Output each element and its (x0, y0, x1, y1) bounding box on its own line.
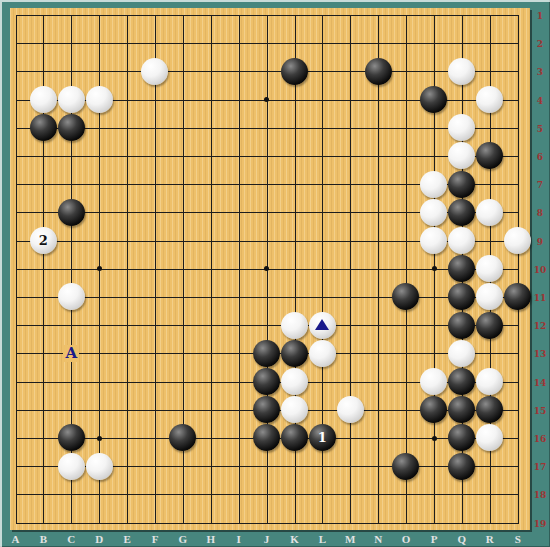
row-label-15: 15 (531, 406, 549, 416)
column-label-C: C (62, 533, 80, 545)
black-stone-Q16 (448, 424, 475, 451)
row-label-4: 4 (531, 96, 549, 106)
column-label-B: B (34, 533, 52, 545)
black-stone-P4 (420, 86, 447, 113)
point-C5 (57, 114, 85, 142)
white-stone-D17 (86, 453, 113, 480)
column-label-O: O (397, 533, 415, 545)
point-K14 (280, 367, 308, 395)
point-P14 (420, 367, 448, 395)
point-Q11 (448, 283, 476, 311)
row-label-1: 1 (531, 11, 549, 21)
black-stone-Q10 (448, 255, 475, 282)
white-stone-R14 (476, 368, 503, 395)
column-label-F: F (146, 533, 164, 545)
black-stone-J14 (253, 368, 280, 395)
column-label-D: D (90, 533, 108, 545)
black-stone-Q17 (448, 453, 475, 480)
point-R12 (476, 311, 504, 339)
row-label-12: 12 (531, 321, 549, 331)
point-Q17 (448, 452, 476, 480)
black-stone-R6 (476, 142, 503, 169)
black-stone-Q11 (448, 283, 475, 310)
move-number-label: 2 (39, 234, 48, 247)
point-J15 (253, 396, 281, 424)
point-G16 (169, 424, 197, 452)
row-label-5: 5 (531, 124, 549, 134)
point-R6 (476, 142, 504, 170)
black-stone-J13 (253, 340, 280, 367)
point-C17 (57, 452, 85, 480)
row-label-8: 8 (531, 208, 549, 218)
black-stone-R15 (476, 396, 503, 423)
point-P8 (420, 198, 448, 226)
point-P15 (420, 396, 448, 424)
point-R4 (476, 85, 504, 113)
black-stone-C5 (58, 114, 85, 141)
row-label-3: 3 (531, 67, 549, 77)
white-stone-Q3 (448, 58, 475, 85)
white-stone-R8 (476, 199, 503, 226)
column-label-I: I (230, 533, 248, 545)
row-label-14: 14 (531, 378, 549, 388)
black-stone-Q8 (448, 199, 475, 226)
point-D17 (85, 452, 113, 480)
white-stone-Q5 (448, 114, 475, 141)
white-stone-K12 (281, 312, 308, 339)
white-stone-Q9 (448, 227, 475, 254)
point-letter-label: A (63, 345, 79, 362)
point-Q3 (448, 57, 476, 85)
point-J16 (253, 424, 281, 452)
stones-layer: 2A1 (2, 1, 532, 537)
white-stone-R16 (476, 424, 503, 451)
white-stone-S9 (504, 227, 531, 254)
column-label-S: S (509, 533, 527, 545)
point-K15 (280, 396, 308, 424)
black-stone-P15 (420, 396, 447, 423)
point-S11 (504, 283, 532, 311)
column-label-N: N (369, 533, 387, 545)
black-stone-C8 (58, 199, 85, 226)
white-stone-L13 (309, 340, 336, 367)
point-B5 (29, 114, 57, 142)
white-stone-R11 (476, 283, 503, 310)
point-Q12 (448, 311, 476, 339)
point-C16 (57, 424, 85, 452)
white-stone-B9: 2 (30, 227, 57, 254)
column-label-J: J (258, 533, 276, 545)
white-stone-R4 (476, 86, 503, 113)
black-stone-B5 (30, 114, 57, 141)
point-R8 (476, 198, 504, 226)
row-label-11: 11 (531, 293, 549, 303)
column-label-E: E (118, 533, 136, 545)
row-label-13: 13 (531, 349, 549, 359)
black-stone-Q7 (448, 171, 475, 198)
black-stone-R12 (476, 312, 503, 339)
black-stone-J16 (253, 424, 280, 451)
point-P9 (420, 226, 448, 254)
white-stone-K15 (281, 396, 308, 423)
point-C8 (57, 198, 85, 226)
point-C4 (57, 85, 85, 113)
point-B9: 2 (29, 226, 57, 254)
point-P4 (420, 85, 448, 113)
black-stone-K13 (281, 340, 308, 367)
point-Q7 (448, 170, 476, 198)
point-Q6 (448, 142, 476, 170)
row-label-17: 17 (531, 462, 549, 472)
point-Q9 (448, 226, 476, 254)
black-stone-S11 (504, 283, 531, 310)
point-K16 (280, 424, 308, 452)
row-label-2: 2 (531, 39, 549, 49)
white-stone-C4 (58, 86, 85, 113)
point-Q14 (448, 367, 476, 395)
column-label-A: A (7, 533, 25, 545)
black-stone-G16 (169, 424, 196, 451)
move-number-label: 1 (318, 431, 327, 444)
column-label-L: L (313, 533, 331, 545)
point-D4 (85, 85, 113, 113)
board-frame: 2A1 ABCDEFGHIJKLMNOPQRS 1234567891011121… (0, 0, 550, 547)
point-O17 (392, 452, 420, 480)
point-R15 (476, 396, 504, 424)
point-L13 (308, 339, 336, 367)
black-stone-O17 (392, 453, 419, 480)
white-stone-D4 (86, 86, 113, 113)
white-stone-M15 (337, 396, 364, 423)
white-stone-P7 (420, 171, 447, 198)
white-stone-C11 (58, 283, 85, 310)
row-label-6: 6 (531, 152, 549, 162)
point-Q15 (448, 396, 476, 424)
point-Q5 (448, 114, 476, 142)
white-stone-P14 (420, 368, 447, 395)
black-stone-J15 (253, 396, 280, 423)
point-L16: 1 (308, 424, 336, 452)
point-R11 (476, 283, 504, 311)
point-K13 (280, 339, 308, 367)
point-F3 (141, 57, 169, 85)
point-Q10 (448, 255, 476, 283)
white-stone-F3 (141, 58, 168, 85)
point-K3 (280, 57, 308, 85)
point-Q8 (448, 198, 476, 226)
point-O11 (392, 283, 420, 311)
row-label-10: 10 (531, 265, 549, 275)
point-N3 (364, 57, 392, 85)
black-stone-Q15 (448, 396, 475, 423)
black-stone-Q14 (448, 368, 475, 395)
white-stone-Q6 (448, 142, 475, 169)
white-stone-Q13 (448, 340, 475, 367)
point-M15 (336, 396, 364, 424)
point-B4 (29, 85, 57, 113)
column-label-G: G (174, 533, 192, 545)
column-label-H: H (202, 533, 220, 545)
triangle-marker-icon (315, 319, 329, 330)
white-stone-P8 (420, 199, 447, 226)
point-Q13 (448, 339, 476, 367)
point-C11 (57, 283, 85, 311)
row-label-9: 9 (531, 237, 549, 247)
point-K12 (280, 311, 308, 339)
white-stone-K14 (281, 368, 308, 395)
white-stone-R10 (476, 255, 503, 282)
column-label-K: K (286, 533, 304, 545)
column-label-M: M (341, 533, 359, 545)
point-L12 (308, 311, 336, 339)
row-label-18: 18 (531, 490, 549, 500)
white-stone-C17 (58, 453, 85, 480)
white-stone-L12 (309, 312, 336, 339)
row-label-16: 16 (531, 434, 549, 444)
black-stone-N3 (365, 58, 392, 85)
column-label-R: R (481, 533, 499, 545)
column-label-P: P (425, 533, 443, 545)
white-stone-P9 (420, 227, 447, 254)
point-R16 (476, 424, 504, 452)
point-R14 (476, 367, 504, 395)
row-label-7: 7 (531, 180, 549, 190)
point-Q16 (448, 424, 476, 452)
row-label-19: 19 (531, 519, 549, 529)
point-R10 (476, 255, 504, 283)
column-label-Q: Q (453, 533, 471, 545)
black-stone-C16 (58, 424, 85, 451)
black-stone-L16: 1 (309, 424, 336, 451)
point-S9 (504, 226, 532, 254)
black-stone-Q12 (448, 312, 475, 339)
point-P7 (420, 170, 448, 198)
point-C13: A (57, 339, 85, 367)
black-stone-K3 (281, 58, 308, 85)
goban[interactable]: 2A1 (10, 8, 530, 530)
point-J14 (253, 367, 281, 395)
black-stone-O11 (392, 283, 419, 310)
white-stone-B4 (30, 86, 57, 113)
point-J13 (253, 339, 281, 367)
black-stone-K16 (281, 424, 308, 451)
